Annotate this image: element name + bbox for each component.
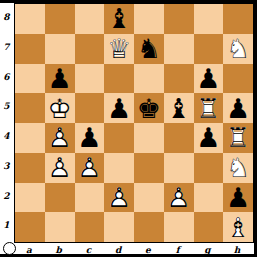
piece-white-rook[interactable]: ♜♖ bbox=[194, 93, 224, 123]
file-label-d: d bbox=[103, 245, 133, 255]
square-a8[interactable] bbox=[15, 4, 45, 34]
square-e7[interactable]: ♞ bbox=[134, 34, 164, 64]
square-d2[interactable]: ♟♙ bbox=[104, 183, 134, 213]
square-d5[interactable]: ♟ bbox=[104, 93, 134, 123]
square-a5[interactable] bbox=[15, 93, 45, 123]
rank-label-1: 1 bbox=[0, 211, 13, 241]
piece-white-pawn[interactable]: ♟♙ bbox=[75, 153, 105, 183]
square-d6[interactable] bbox=[104, 64, 134, 94]
square-h5[interactable]: ♟ bbox=[223, 93, 253, 123]
square-a3[interactable] bbox=[15, 153, 45, 183]
rank-label-5: 5 bbox=[0, 92, 13, 122]
square-a2[interactable] bbox=[15, 183, 45, 213]
square-a4[interactable] bbox=[15, 123, 45, 153]
piece-white-pawn[interactable]: ♟♙ bbox=[45, 123, 75, 153]
piece-black-king[interactable]: ♚ bbox=[134, 93, 164, 123]
rank-label-6: 6 bbox=[0, 63, 13, 93]
piece-black-pawn[interactable]: ♟ bbox=[75, 123, 105, 153]
file-label-b: b bbox=[44, 245, 74, 255]
square-b5[interactable]: ♚♔ bbox=[45, 93, 75, 123]
square-a7[interactable] bbox=[15, 34, 45, 64]
square-b3[interactable]: ♟♙ bbox=[45, 153, 75, 183]
square-g7[interactable] bbox=[194, 34, 224, 64]
piece-black-pawn[interactable]: ♟ bbox=[223, 93, 253, 123]
piece-white-pawn[interactable]: ♟♙ bbox=[45, 153, 75, 183]
rank-label-4: 4 bbox=[0, 122, 13, 152]
square-g6[interactable]: ♟ bbox=[194, 64, 224, 94]
file-label-e: e bbox=[133, 245, 163, 255]
file-label-f: f bbox=[163, 245, 193, 255]
square-b8[interactable] bbox=[45, 4, 75, 34]
rank-label-2: 2 bbox=[0, 182, 13, 212]
square-g8[interactable] bbox=[194, 4, 224, 34]
square-d1[interactable] bbox=[104, 212, 134, 242]
square-c1[interactable] bbox=[75, 212, 105, 242]
piece-white-king[interactable]: ♚♔ bbox=[45, 93, 75, 123]
piece-black-pawn[interactable]: ♟ bbox=[104, 93, 134, 123]
square-f8[interactable] bbox=[164, 4, 194, 34]
piece-black-pawn[interactable]: ♟ bbox=[194, 64, 224, 94]
piece-black-knight[interactable]: ♞ bbox=[134, 34, 164, 64]
square-g2[interactable] bbox=[194, 183, 224, 213]
file-label-c: c bbox=[74, 245, 104, 255]
square-h3[interactable]: ♞♘ bbox=[223, 153, 253, 183]
square-h6[interactable] bbox=[223, 64, 253, 94]
piece-white-rook[interactable]: ♜♖ bbox=[223, 123, 253, 153]
piece-white-pawn[interactable]: ♟♙ bbox=[104, 183, 134, 213]
square-a6[interactable] bbox=[15, 64, 45, 94]
piece-white-knight[interactable]: ♞♘ bbox=[223, 153, 253, 183]
square-d3[interactable] bbox=[104, 153, 134, 183]
square-e5[interactable]: ♚ bbox=[134, 93, 164, 123]
square-b1[interactable] bbox=[45, 212, 75, 242]
square-f1[interactable] bbox=[164, 212, 194, 242]
square-f6[interactable] bbox=[164, 64, 194, 94]
piece-white-pawn[interactable]: ♟♙ bbox=[164, 183, 194, 213]
chess-diagram: ♝♛♕♞♞♘♟♟♚♔♟♚♝♜♖♟♟♙♟♟♜♖♟♙♟♙♞♘♟♙♟♙♟♝♗ 8765… bbox=[0, 0, 257, 257]
square-a1[interactable] bbox=[15, 212, 45, 242]
square-c6[interactable] bbox=[75, 64, 105, 94]
piece-black-bishop[interactable]: ♝ bbox=[104, 4, 134, 34]
piece-black-pawn[interactable]: ♟ bbox=[194, 123, 224, 153]
square-d4[interactable] bbox=[104, 123, 134, 153]
square-h4[interactable]: ♜♖ bbox=[223, 123, 253, 153]
square-c5[interactable] bbox=[75, 93, 105, 123]
square-g1[interactable] bbox=[194, 212, 224, 242]
piece-black-pawn[interactable]: ♟ bbox=[45, 64, 75, 94]
square-g3[interactable] bbox=[194, 153, 224, 183]
square-e4[interactable] bbox=[134, 123, 164, 153]
square-e6[interactable] bbox=[134, 64, 164, 94]
rank-label-7: 7 bbox=[0, 33, 13, 63]
square-f5[interactable]: ♝ bbox=[164, 93, 194, 123]
square-f4[interactable] bbox=[164, 123, 194, 153]
square-e2[interactable] bbox=[134, 183, 164, 213]
square-h2[interactable]: ♟ bbox=[223, 183, 253, 213]
square-g4[interactable]: ♟ bbox=[194, 123, 224, 153]
square-f2[interactable]: ♟♙ bbox=[164, 183, 194, 213]
square-e1[interactable] bbox=[134, 212, 164, 242]
rank-label-3: 3 bbox=[0, 152, 13, 182]
square-d8[interactable]: ♝ bbox=[104, 4, 134, 34]
piece-white-queen[interactable]: ♛♕ bbox=[104, 34, 134, 64]
piece-white-bishop[interactable]: ♝♗ bbox=[223, 212, 253, 242]
square-b6[interactable]: ♟ bbox=[45, 64, 75, 94]
piece-white-knight[interactable]: ♞♘ bbox=[223, 34, 253, 64]
square-d7[interactable]: ♛♕ bbox=[104, 34, 134, 64]
square-c4[interactable]: ♟ bbox=[75, 123, 105, 153]
square-c2[interactable] bbox=[75, 183, 105, 213]
file-label-h: h bbox=[222, 245, 252, 255]
square-h1[interactable]: ♝♗ bbox=[223, 212, 253, 242]
file-label-a: a bbox=[14, 245, 44, 255]
square-c8[interactable] bbox=[75, 4, 105, 34]
piece-black-bishop[interactable]: ♝ bbox=[164, 93, 194, 123]
file-label-g: g bbox=[193, 245, 223, 255]
square-c7[interactable] bbox=[75, 34, 105, 64]
square-b7[interactable] bbox=[45, 34, 75, 64]
square-h8[interactable] bbox=[223, 4, 253, 34]
square-c3[interactable]: ♟♙ bbox=[75, 153, 105, 183]
square-f7[interactable] bbox=[164, 34, 194, 64]
square-b2[interactable] bbox=[45, 183, 75, 213]
piece-black-pawn[interactable]: ♟ bbox=[223, 183, 253, 213]
chess-board: ♝♛♕♞♞♘♟♟♚♔♟♚♝♜♖♟♟♙♟♟♜♖♟♙♟♙♞♘♟♙♟♙♟♝♗ bbox=[14, 3, 254, 243]
square-e3[interactable] bbox=[134, 153, 164, 183]
square-g5[interactable]: ♜♖ bbox=[194, 93, 224, 123]
square-b4[interactable]: ♟♙ bbox=[45, 123, 75, 153]
rank-label-8: 8 bbox=[0, 3, 13, 33]
square-f3[interactable] bbox=[164, 153, 194, 183]
square-h7[interactable]: ♞♘ bbox=[223, 34, 253, 64]
square-e8[interactable] bbox=[134, 4, 164, 34]
